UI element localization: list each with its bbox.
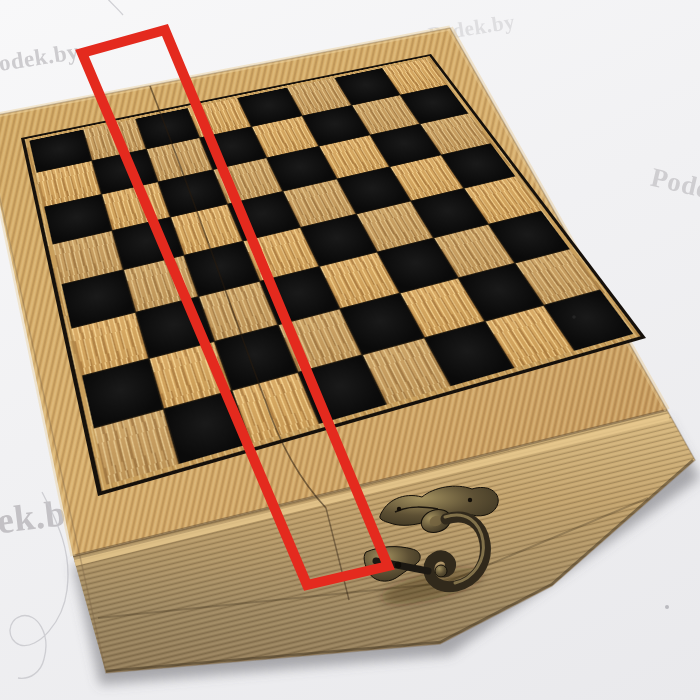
clasp-shadow [378, 561, 485, 611]
clasp-hinge [418, 506, 453, 536]
clasp-screw [397, 507, 401, 511]
seam-crack-front [326, 508, 349, 600]
clasp-hinge-pin [428, 514, 443, 528]
clasp-knob [435, 565, 447, 577]
watermark-bottom-left: Podek.by [0, 489, 87, 550]
watermark-right: Podek.by [648, 162, 700, 217]
thread-top [106, 0, 123, 15]
photo-stage: Podek.by Podek.by Podek.by Podek.by [0, 0, 700, 700]
clasp-plate [380, 486, 498, 525]
clasp-catch-bar [376, 561, 428, 571]
clasp-catch [364, 547, 420, 582]
lid-base-seam [98, 498, 648, 618]
clasp-plate-detail [395, 507, 438, 512]
clasp-screw [468, 498, 472, 502]
clasp [364, 486, 498, 611]
front-bottom-edge [106, 460, 693, 671]
watermark-top-left: Podek.by [0, 39, 81, 80]
chessboard [21, 54, 646, 496]
watermark-top-right: Podek.by [427, 9, 517, 47]
clasp-hook [429, 517, 485, 587]
clasp-hook-highlight [445, 515, 483, 583]
clasp-catch-pin [395, 562, 401, 568]
chessboard-grid [29, 59, 633, 485]
dust-speck [665, 605, 669, 609]
